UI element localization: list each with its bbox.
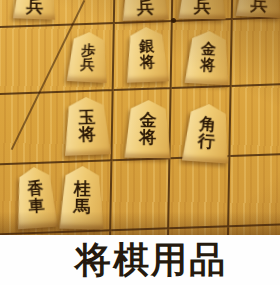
shogi-piece-keima-knight: 桂馬 (59, 166, 104, 230)
shogi-piece-ginsho-silver: 銀将 (125, 26, 169, 82)
shogi-piece-pawn-partial-4: 兵 (236, 0, 280, 18)
shogi-piece-kinsho-gold-upper: 金将 (185, 30, 232, 85)
caption-banner: 将棋用品 (0, 235, 280, 285)
shogi-piece-pawn-partial-3: 兵 (179, 0, 227, 19)
page: 兵 兵 兵 兵 歩兵 銀将 金将 玉将 金将 角行 (0, 0, 280, 285)
shogi-piece-kyosha-lance: 香車 (14, 166, 58, 230)
board-cell (232, 17, 280, 87)
board-cell (110, 229, 169, 235)
shogi-piece-pawn-partial-2: 兵 (121, 0, 169, 21)
shogi-piece-gyokusho-king: 玉将 (63, 96, 111, 156)
board-photo: 兵 兵 兵 兵 歩兵 銀将 金将 玉将 金将 角行 (0, 0, 280, 235)
shogi-piece-pawn-partial-1: 兵 (13, 0, 57, 20)
caption-text: 将棋用品 (75, 236, 227, 285)
star-point-dot (171, 18, 176, 23)
board-cell (111, 159, 170, 231)
board-cell (229, 154, 280, 227)
shogi-piece-fuhyo-pawn: 歩兵 (67, 31, 110, 83)
board-cell (168, 227, 229, 235)
shogi-piece-kakugyo-bishop: 角行 (182, 102, 232, 163)
board-cell (230, 84, 280, 157)
shogi-piece-kinsho-gold-lower: 金将 (124, 100, 171, 159)
board-cell (169, 157, 230, 229)
